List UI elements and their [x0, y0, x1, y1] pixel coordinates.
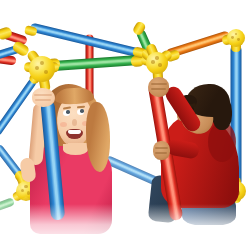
floor-white-fade [0, 204, 250, 250]
boy-finger-line [155, 147, 168, 149]
boy-raised-sleeve [163, 84, 204, 135]
boy-finger-line [151, 88, 166, 90]
boy-finger-line [151, 83, 167, 85]
boy-lower-gripping-hand [153, 141, 170, 160]
girl-gripping-hand [32, 88, 55, 107]
girl-finger-line [34, 94, 52, 96]
photo-two-children-tube-toy [0, 0, 250, 250]
boy-lower-sleeve [166, 138, 200, 159]
boy-upper-gripping-hand [148, 77, 169, 97]
boy-finger-line [155, 152, 167, 154]
girl-finger-line [35, 99, 51, 101]
